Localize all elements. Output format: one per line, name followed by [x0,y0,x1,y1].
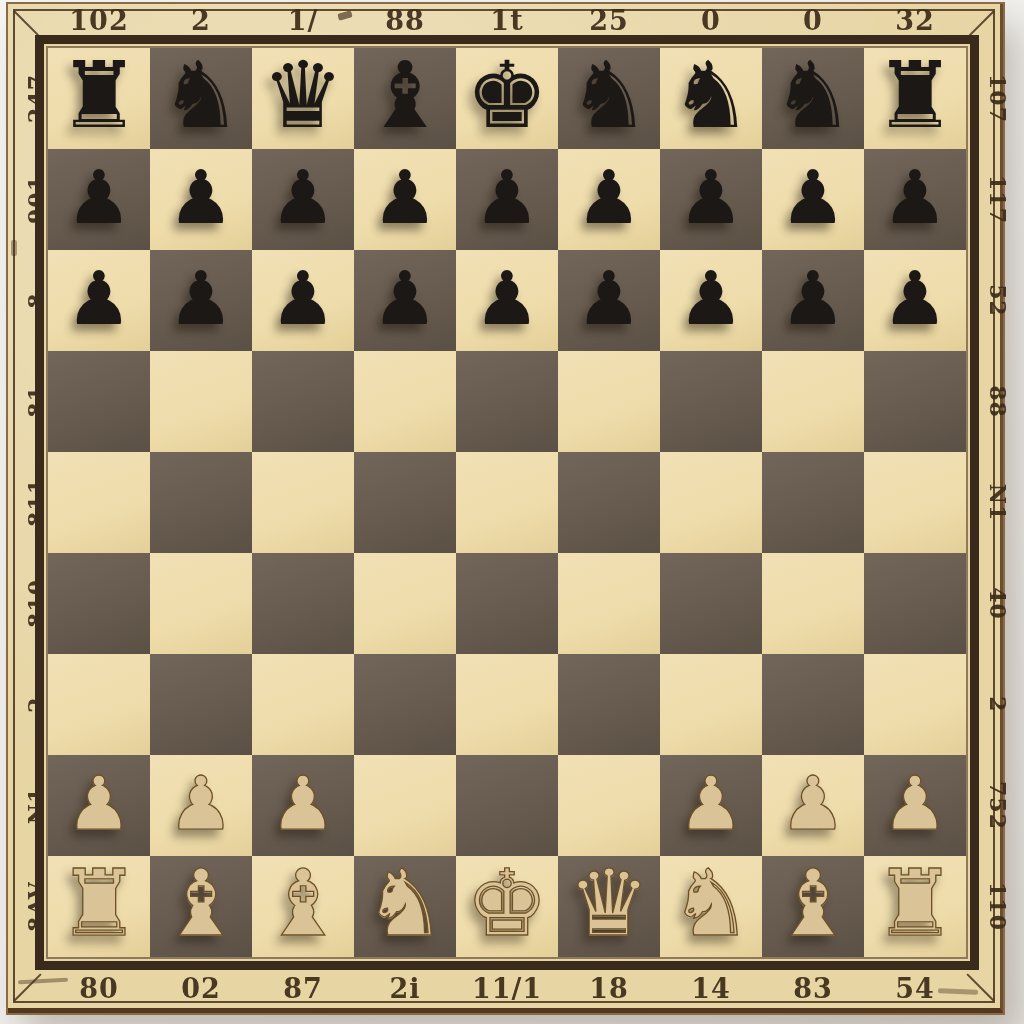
black-pawn[interactable]: ♟ [474,261,540,335]
white-knight[interactable]: ♞ [670,858,752,950]
square-r8c8[interactable]: ♟ [762,755,864,856]
square-r7c2[interactable] [150,654,252,755]
corner-miter-bottom-left [13,973,41,1001]
white-pawn[interactable]: ♟ [66,766,132,840]
black-bishop[interactable]: ♝ [364,50,446,142]
white-pawn[interactable]: ♟ [168,766,234,840]
white-pawn[interactable]: ♟ [270,766,336,840]
square-r8c3[interactable]: ♟ [252,755,354,856]
black-pawn[interactable]: ♟ [882,160,948,234]
square-r8c7[interactable]: ♟ [660,755,762,856]
square-r8c9[interactable]: ♟ [864,755,966,856]
square-r9c1[interactable]: ♜ [48,856,150,957]
square-r1c1[interactable]: ♜ [48,48,150,149]
square-r2c2[interactable]: ♟ [150,149,252,250]
white-king[interactable]: ♚ [466,858,548,950]
square-r6c6[interactable] [558,553,660,654]
square-r9c3[interactable]: ♝ [252,856,354,957]
square-r4c8[interactable] [762,351,864,452]
square-r7c8[interactable] [762,654,864,755]
black-pawn[interactable]: ♟ [780,160,846,234]
coordinate-label: 102 [48,5,150,36]
square-r7c7[interactable] [660,654,762,755]
coordinate-label: 0 [762,5,864,36]
square-r2c6[interactable]: ♟ [558,149,660,250]
white-bishop[interactable]: ♝ [160,858,242,950]
square-r6c3[interactable] [252,553,354,654]
square-r3c2[interactable]: ♟ [150,250,252,351]
coordinate-label: 88 [354,5,456,36]
square-r1c9[interactable]: ♜ [864,48,966,149]
coordinate-label: 80 [48,971,150,1005]
corner-miter-bottom-right [966,973,994,1001]
square-r5c4[interactable] [354,452,456,553]
black-queen[interactable]: ♛ [262,50,344,142]
coordinate-label: 0 [660,5,762,36]
square-r4c2[interactable] [150,351,252,452]
playing-area: ♜♞♛♝♚♞♞♞♜♟♟♟♟♟♟♟♟♟♟♟♟♟♟♟♟♟♟♟♟♟♟♟♟♜♝♝♞♚♛♞… [35,35,979,970]
photo-background: 10221/881t250032 8002872i11/118148354 24… [0,0,1024,1024]
black-pawn[interactable]: ♟ [372,261,438,335]
square-r1c5[interactable]: ♚ [456,48,558,149]
black-knight[interactable]: ♞ [160,50,242,142]
square-r6c4[interactable] [354,553,456,654]
square-r5c6[interactable] [558,452,660,553]
coordinate-label: 2i [354,971,456,1005]
square-r9c6[interactable]: ♛ [558,856,660,957]
black-pawn[interactable]: ♟ [270,261,336,335]
square-r5c3[interactable] [252,452,354,553]
square-r9c8[interactable]: ♝ [762,856,864,957]
black-pawn[interactable]: ♟ [576,160,642,234]
square-r2c3[interactable]: ♟ [252,149,354,250]
square-r5c5[interactable] [456,452,558,553]
white-pawn[interactable]: ♟ [678,766,744,840]
square-r2c9[interactable]: ♟ [864,149,966,250]
square-r9c2[interactable]: ♝ [150,856,252,957]
square-r4c5[interactable] [456,351,558,452]
square-r4c6[interactable] [558,351,660,452]
coordinate-label: 02 [150,971,252,1005]
square-r8c1[interactable]: ♟ [48,755,150,856]
square-r3c4[interactable]: ♟ [354,250,456,351]
white-rook[interactable]: ♜ [874,858,956,950]
black-knight[interactable]: ♞ [670,50,752,142]
square-r4c9[interactable] [864,351,966,452]
coordinate-label: 54 [864,971,966,1005]
square-r3c1[interactable]: ♟ [48,250,150,351]
coordinate-label: 14 [660,971,762,1005]
square-r8c5[interactable] [456,755,558,856]
square-r7c1[interactable] [48,654,150,755]
square-r8c2[interactable]: ♟ [150,755,252,856]
square-r3c6[interactable]: ♟ [558,250,660,351]
coordinate-label: 2 [150,5,252,36]
square-r9c9[interactable]: ♜ [864,856,966,957]
coordinate-label: 18 [558,971,660,1005]
square-r2c1[interactable]: ♟ [48,149,150,250]
square-r6c8[interactable] [762,553,864,654]
white-rook[interactable]: ♜ [58,858,140,950]
black-pawn[interactable]: ♟ [270,160,336,234]
square-r2c4[interactable]: ♟ [354,149,456,250]
square-r5c1[interactable] [48,452,150,553]
black-rook[interactable]: ♜ [874,50,956,142]
coordinate-label: 83 [762,971,864,1005]
square-r2c5[interactable]: ♟ [456,149,558,250]
white-bishop[interactable]: ♝ [262,858,344,950]
square-r6c5[interactable] [456,553,558,654]
square-r1c4[interactable]: ♝ [354,48,456,149]
black-knight[interactable]: ♞ [568,50,650,142]
white-bishop[interactable]: ♝ [772,858,854,950]
square-r4c4[interactable] [354,351,456,452]
square-r3c7[interactable]: ♟ [660,250,762,351]
board-grid: ♜♞♛♝♚♞♞♞♜♟♟♟♟♟♟♟♟♟♟♟♟♟♟♟♟♟♟♟♟♟♟♟♟♜♝♝♞♚♛♞… [48,48,966,957]
black-pawn[interactable]: ♟ [372,160,438,234]
square-r7c5[interactable] [456,654,558,755]
square-r8c4[interactable] [354,755,456,856]
square-r4c3[interactable] [252,351,354,452]
square-r6c1[interactable] [48,553,150,654]
bottom-coordinate-labels: 8002872i11/118148354 [48,971,966,1005]
black-rook[interactable]: ♜ [58,50,140,142]
coordinate-label: 87 [252,971,354,1005]
black-pawn[interactable]: ♟ [168,261,234,335]
top-coordinate-labels: 10221/881t250032 [48,5,966,35]
chessboard-frame: 10221/881t250032 8002872i11/118148354 24… [8,4,1003,1013]
square-r3c9[interactable]: ♟ [864,250,966,351]
coordinate-label: 25 [558,5,660,36]
black-knight[interactable]: ♞ [772,50,854,142]
black-king[interactable]: ♚ [466,50,548,142]
square-r7c4[interactable] [354,654,456,755]
square-r6c7[interactable] [660,553,762,654]
square-r7c6[interactable] [558,654,660,755]
white-queen[interactable]: ♛ [568,858,650,950]
black-pawn[interactable]: ♟ [66,261,132,335]
square-r3c3[interactable]: ♟ [252,250,354,351]
black-pawn[interactable]: ♟ [780,261,846,335]
square-r9c4[interactable]: ♞ [354,856,456,957]
square-r9c7[interactable]: ♞ [660,856,762,957]
square-r2c7[interactable]: ♟ [660,149,762,250]
black-pawn[interactable]: ♟ [66,160,132,234]
square-r5c9[interactable] [864,452,966,553]
black-pawn[interactable]: ♟ [168,160,234,234]
coordinate-label: 32 [864,5,966,36]
square-r3c5[interactable]: ♟ [456,250,558,351]
square-r5c2[interactable] [150,452,252,553]
white-knight[interactable]: ♞ [364,858,446,950]
square-r1c2[interactable]: ♞ [150,48,252,149]
black-pawn[interactable]: ♟ [882,261,948,335]
square-r7c3[interactable] [252,654,354,755]
square-r4c1[interactable] [48,351,150,452]
black-pawn[interactable]: ♟ [474,160,540,234]
white-pawn[interactable]: ♟ [780,766,846,840]
square-r8c6[interactable] [558,755,660,856]
black-pawn[interactable]: ♟ [678,261,744,335]
square-r2c8[interactable]: ♟ [762,149,864,250]
coordinate-label: 1t [456,5,558,36]
black-pawn[interactable]: ♟ [576,261,642,335]
coordinate-label: 1/ [252,5,354,36]
square-r9c5[interactable]: ♚ [456,856,558,957]
square-r5c7[interactable] [660,452,762,553]
square-r6c2[interactable] [150,553,252,654]
white-pawn[interactable]: ♟ [882,766,948,840]
square-r1c8[interactable]: ♞ [762,48,864,149]
square-r1c3[interactable]: ♛ [252,48,354,149]
square-r3c8[interactable]: ♟ [762,250,864,351]
square-r7c9[interactable] [864,654,966,755]
black-pawn[interactable]: ♟ [678,160,744,234]
square-r1c7[interactable]: ♞ [660,48,762,149]
square-r4c7[interactable] [660,351,762,452]
square-r6c9[interactable] [864,553,966,654]
square-r1c6[interactable]: ♞ [558,48,660,149]
left-coordinate-labels: 2479018818118102N18AV [10,48,36,957]
square-r5c8[interactable] [762,452,864,553]
coordinate-label: 11/1 [456,971,558,1005]
